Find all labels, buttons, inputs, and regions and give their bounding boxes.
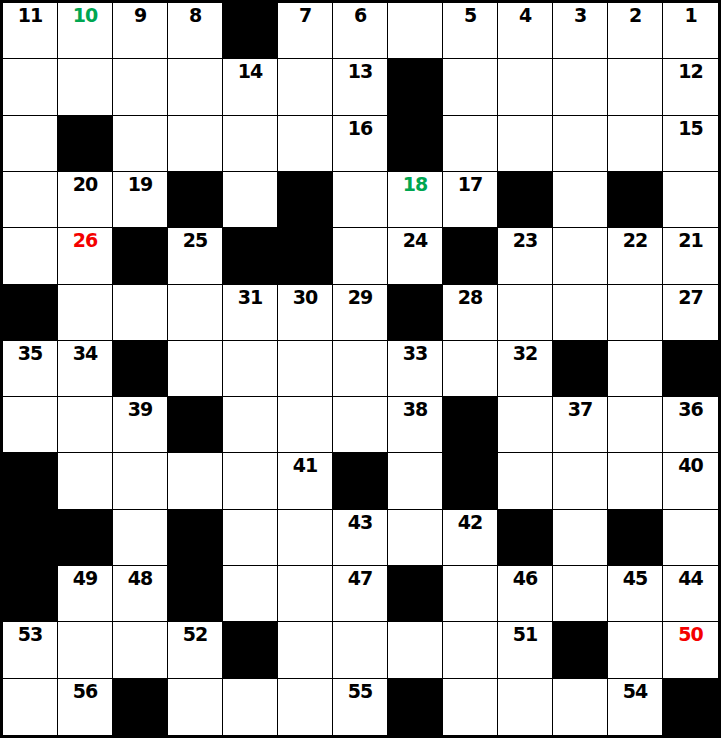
clue-number-15: 15 xyxy=(678,116,702,139)
crossword-grid: 1110987654321141312161520191817262524232… xyxy=(0,0,721,738)
clue-number-29: 29 xyxy=(348,285,372,308)
clue-number-32: 32 xyxy=(513,341,537,364)
clue-number-4: 4 xyxy=(519,3,531,26)
cell-r4c2[interactable]: 20 xyxy=(58,172,113,228)
cell-r3c10[interactable] xyxy=(498,116,553,172)
cell-r11c12[interactable]: 45 xyxy=(608,566,663,622)
cell-r1c13[interactable]: 1 xyxy=(663,3,718,59)
cell-r12c13[interactable]: 50 xyxy=(663,622,718,678)
cell-r6c3[interactable] xyxy=(113,285,168,341)
black-cell-r3c8 xyxy=(388,116,443,172)
cell-r13c4[interactable] xyxy=(168,679,223,735)
cell-r10c13[interactable] xyxy=(663,510,718,566)
black-cell-r9c7 xyxy=(333,453,388,509)
clue-number-19: 19 xyxy=(128,172,152,195)
clue-number-45: 45 xyxy=(623,566,647,589)
cell-r2c5[interactable]: 14 xyxy=(223,59,278,115)
black-cell-r2c8 xyxy=(388,59,443,115)
cell-r11c7[interactable]: 47 xyxy=(333,566,388,622)
black-cell-r5c5 xyxy=(223,228,278,284)
cell-r4c9[interactable]: 17 xyxy=(443,172,498,228)
clue-number-24: 24 xyxy=(403,228,427,251)
cell-r1c9[interactable]: 5 xyxy=(443,3,498,59)
cell-r13c12[interactable]: 54 xyxy=(608,679,663,735)
cell-r8c3[interactable]: 39 xyxy=(113,397,168,453)
clue-number-44: 44 xyxy=(678,566,702,589)
black-cell-r6c8 xyxy=(388,285,443,341)
cell-r5c4[interactable]: 25 xyxy=(168,228,223,284)
cell-r9c8[interactable] xyxy=(388,453,443,509)
cell-r9c2[interactable] xyxy=(58,453,113,509)
cell-r12c3[interactable] xyxy=(113,622,168,678)
clue-number-37: 37 xyxy=(568,397,592,420)
cell-r7c2[interactable]: 34 xyxy=(58,341,113,397)
cell-r3c4[interactable] xyxy=(168,116,223,172)
cell-r3c12[interactable] xyxy=(608,116,663,172)
clue-number-13: 13 xyxy=(348,59,372,82)
cell-r5c12[interactable]: 22 xyxy=(608,228,663,284)
cell-r6c12[interactable] xyxy=(608,285,663,341)
cell-r10c5[interactable] xyxy=(223,510,278,566)
cell-r13c6[interactable] xyxy=(278,679,333,735)
black-cell-r9c9 xyxy=(443,453,498,509)
black-cell-r7c3 xyxy=(113,341,168,397)
clue-number-26: 26 xyxy=(73,228,97,251)
cell-r5c1[interactable] xyxy=(3,228,58,284)
cell-r11c5[interactable] xyxy=(223,566,278,622)
cell-r8c5[interactable] xyxy=(223,397,278,453)
cell-r12c6[interactable] xyxy=(278,622,333,678)
cell-r1c1[interactable]: 11 xyxy=(3,3,58,59)
cell-r4c5[interactable] xyxy=(223,172,278,228)
clue-number-25: 25 xyxy=(183,228,207,251)
clue-number-5: 5 xyxy=(464,3,476,26)
cell-r12c2[interactable] xyxy=(58,622,113,678)
cell-r12c4[interactable]: 52 xyxy=(168,622,223,678)
cell-r9c6[interactable]: 41 xyxy=(278,453,333,509)
clue-number-31: 31 xyxy=(238,285,262,308)
clue-number-27: 27 xyxy=(678,285,702,308)
black-cell-r5c3 xyxy=(113,228,168,284)
cell-r7c12[interactable] xyxy=(608,341,663,397)
cell-r2c13[interactable]: 12 xyxy=(663,59,718,115)
black-cell-r11c8 xyxy=(388,566,443,622)
cell-r9c13[interactable]: 40 xyxy=(663,453,718,509)
cell-r5c2[interactable]: 26 xyxy=(58,228,113,284)
cell-r12c12[interactable] xyxy=(608,622,663,678)
clue-number-55: 55 xyxy=(348,679,372,702)
clue-number-49: 49 xyxy=(73,566,97,589)
clue-number-42: 42 xyxy=(458,510,482,533)
cell-r9c5[interactable] xyxy=(223,453,278,509)
clue-number-6: 6 xyxy=(354,3,366,26)
cell-r7c6[interactable] xyxy=(278,341,333,397)
cell-r11c6[interactable] xyxy=(278,566,333,622)
cell-r3c1[interactable] xyxy=(3,116,58,172)
cell-r11c2[interactable]: 49 xyxy=(58,566,113,622)
black-cell-r13c8 xyxy=(388,679,443,735)
black-cell-r8c9 xyxy=(443,397,498,453)
cell-r6c11[interactable] xyxy=(553,285,608,341)
cell-r7c7[interactable] xyxy=(333,341,388,397)
clue-number-22: 22 xyxy=(623,228,647,251)
cell-r13c7[interactable]: 55 xyxy=(333,679,388,735)
cell-r13c5[interactable] xyxy=(223,679,278,735)
black-cell-r4c10 xyxy=(498,172,553,228)
clue-number-38: 38 xyxy=(403,397,427,420)
clue-number-2: 2 xyxy=(629,3,641,26)
clue-number-40: 40 xyxy=(678,453,702,476)
cell-r9c4[interactable] xyxy=(168,453,223,509)
black-cell-r8c4 xyxy=(168,397,223,453)
cell-r1c7[interactable]: 6 xyxy=(333,3,388,59)
cell-r7c5[interactable] xyxy=(223,341,278,397)
cell-r5c11[interactable] xyxy=(553,228,608,284)
clue-number-50: 50 xyxy=(678,622,702,645)
clue-number-39: 39 xyxy=(128,397,152,420)
clue-number-8: 8 xyxy=(189,3,201,26)
clue-number-7: 7 xyxy=(299,3,311,26)
clue-number-17: 17 xyxy=(458,172,482,195)
cell-r4c11[interactable] xyxy=(553,172,608,228)
black-cell-r10c12 xyxy=(608,510,663,566)
cell-r13c11[interactable] xyxy=(553,679,608,735)
cell-r7c8[interactable]: 33 xyxy=(388,341,443,397)
cell-r3c13[interactable]: 15 xyxy=(663,116,718,172)
cell-r6c7[interactable]: 29 xyxy=(333,285,388,341)
cell-r1c8[interactable] xyxy=(388,3,443,59)
cell-r2c6[interactable] xyxy=(278,59,333,115)
black-cell-r10c1 xyxy=(3,510,58,566)
cell-r2c1[interactable] xyxy=(3,59,58,115)
clue-number-43: 43 xyxy=(348,510,372,533)
black-cell-r11c4 xyxy=(168,566,223,622)
black-cell-r4c12 xyxy=(608,172,663,228)
clue-number-53: 53 xyxy=(18,622,42,645)
cell-r1c10[interactable]: 4 xyxy=(498,3,553,59)
cell-r12c9[interactable] xyxy=(443,622,498,678)
cell-r2c10[interactable] xyxy=(498,59,553,115)
black-cell-r4c4 xyxy=(168,172,223,228)
clue-number-48: 48 xyxy=(128,566,152,589)
clue-number-47: 47 xyxy=(348,566,372,589)
cell-r2c7[interactable]: 13 xyxy=(333,59,388,115)
clue-number-46: 46 xyxy=(513,566,537,589)
cell-r8c6[interactable] xyxy=(278,397,333,453)
black-cell-r5c9 xyxy=(443,228,498,284)
cell-r4c3[interactable]: 19 xyxy=(113,172,168,228)
cell-r8c1[interactable] xyxy=(3,397,58,453)
black-cell-r7c11 xyxy=(553,341,608,397)
cell-r2c2[interactable] xyxy=(58,59,113,115)
cell-r5c8[interactable]: 24 xyxy=(388,228,443,284)
cell-r6c2[interactable] xyxy=(58,285,113,341)
cell-r2c9[interactable] xyxy=(443,59,498,115)
black-cell-r10c2 xyxy=(58,510,113,566)
cell-r8c8[interactable]: 38 xyxy=(388,397,443,453)
cell-r13c2[interactable]: 56 xyxy=(58,679,113,735)
cell-r9c10[interactable] xyxy=(498,453,553,509)
cell-r1c3[interactable]: 9 xyxy=(113,3,168,59)
black-cell-r11c1 xyxy=(3,566,58,622)
cell-r8c13[interactable]: 36 xyxy=(663,397,718,453)
cell-r13c10[interactable] xyxy=(498,679,553,735)
clue-number-28: 28 xyxy=(458,285,482,308)
cell-r13c9[interactable] xyxy=(443,679,498,735)
cell-r2c12[interactable] xyxy=(608,59,663,115)
cell-r9c11[interactable] xyxy=(553,453,608,509)
cell-r12c8[interactable] xyxy=(388,622,443,678)
clue-number-34: 34 xyxy=(73,341,97,364)
clue-number-9: 9 xyxy=(134,3,146,26)
cell-r1c2[interactable]: 10 xyxy=(58,3,113,59)
black-cell-r13c13 xyxy=(663,679,718,735)
cell-r6c9[interactable]: 28 xyxy=(443,285,498,341)
black-cell-r1c5 xyxy=(223,3,278,59)
cell-r4c1[interactable] xyxy=(3,172,58,228)
cell-r1c12[interactable]: 2 xyxy=(608,3,663,59)
black-cell-r3c2 xyxy=(58,116,113,172)
cell-r10c8[interactable] xyxy=(388,510,443,566)
cell-r12c1[interactable]: 53 xyxy=(3,622,58,678)
cell-r8c2[interactable] xyxy=(58,397,113,453)
cell-r10c3[interactable] xyxy=(113,510,168,566)
cell-r7c10[interactable]: 32 xyxy=(498,341,553,397)
cell-r6c5[interactable]: 31 xyxy=(223,285,278,341)
cell-r11c3[interactable]: 48 xyxy=(113,566,168,622)
cell-r13c1[interactable] xyxy=(3,679,58,735)
cell-r3c11[interactable] xyxy=(553,116,608,172)
cell-r7c1[interactable]: 35 xyxy=(3,341,58,397)
cell-r10c6[interactable] xyxy=(278,510,333,566)
cell-r1c4[interactable]: 8 xyxy=(168,3,223,59)
clue-number-56: 56 xyxy=(73,679,97,702)
clue-number-12: 12 xyxy=(678,59,702,82)
cell-r1c6[interactable]: 7 xyxy=(278,3,333,59)
black-cell-r6c1 xyxy=(3,285,58,341)
clue-number-21: 21 xyxy=(678,228,702,251)
cell-r2c4[interactable] xyxy=(168,59,223,115)
cell-r8c7[interactable] xyxy=(333,397,388,453)
cell-r12c7[interactable] xyxy=(333,622,388,678)
clue-number-51: 51 xyxy=(513,622,537,645)
clue-number-3: 3 xyxy=(574,3,586,26)
cell-r5c10[interactable]: 23 xyxy=(498,228,553,284)
cell-r5c7[interactable] xyxy=(333,228,388,284)
cell-r6c6[interactable]: 30 xyxy=(278,285,333,341)
clue-number-1: 1 xyxy=(684,3,696,26)
clue-number-36: 36 xyxy=(678,397,702,420)
clue-number-11: 11 xyxy=(18,3,42,26)
black-cell-r7c13 xyxy=(663,341,718,397)
cell-r11c11[interactable] xyxy=(553,566,608,622)
clue-number-41: 41 xyxy=(293,453,317,476)
cell-r7c9[interactable] xyxy=(443,341,498,397)
black-cell-r9c1 xyxy=(3,453,58,509)
cell-r11c10[interactable]: 46 xyxy=(498,566,553,622)
clue-number-35: 35 xyxy=(18,341,42,364)
clue-number-52: 52 xyxy=(183,622,207,645)
cell-r9c3[interactable] xyxy=(113,453,168,509)
cell-r6c10[interactable] xyxy=(498,285,553,341)
cell-r10c11[interactable] xyxy=(553,510,608,566)
cell-r7c4[interactable] xyxy=(168,341,223,397)
black-cell-r10c10 xyxy=(498,510,553,566)
cell-r3c3[interactable] xyxy=(113,116,168,172)
clue-number-14: 14 xyxy=(238,59,262,82)
cell-r3c9[interactable] xyxy=(443,116,498,172)
cell-r3c6[interactable] xyxy=(278,116,333,172)
clue-number-33: 33 xyxy=(403,341,427,364)
cell-r12c10[interactable]: 51 xyxy=(498,622,553,678)
black-cell-r10c4 xyxy=(168,510,223,566)
cell-r4c8[interactable]: 18 xyxy=(388,172,443,228)
cell-r6c13[interactable]: 27 xyxy=(663,285,718,341)
cell-r3c5[interactable] xyxy=(223,116,278,172)
cell-r11c13[interactable]: 44 xyxy=(663,566,718,622)
clue-number-18: 18 xyxy=(403,172,427,195)
cell-r2c3[interactable] xyxy=(113,59,168,115)
cell-r8c12[interactable] xyxy=(608,397,663,453)
clue-number-10: 10 xyxy=(73,3,97,26)
cell-r6c4[interactable] xyxy=(168,285,223,341)
black-cell-r5c6 xyxy=(278,228,333,284)
black-cell-r4c6 xyxy=(278,172,333,228)
cell-r5c13[interactable]: 21 xyxy=(663,228,718,284)
cell-r4c7[interactable] xyxy=(333,172,388,228)
clue-number-30: 30 xyxy=(293,285,317,308)
clue-number-23: 23 xyxy=(513,228,537,251)
black-cell-r13c3 xyxy=(113,679,168,735)
cell-r2c11[interactable] xyxy=(553,59,608,115)
cell-r3c7[interactable]: 16 xyxy=(333,116,388,172)
cell-r10c7[interactable]: 43 xyxy=(333,510,388,566)
cell-r11c9[interactable] xyxy=(443,566,498,622)
clue-number-20: 20 xyxy=(73,172,97,195)
cell-r1c11[interactable]: 3 xyxy=(553,3,608,59)
black-cell-r12c5 xyxy=(223,622,278,678)
cell-r4c13[interactable] xyxy=(663,172,718,228)
cell-r8c11[interactable]: 37 xyxy=(553,397,608,453)
clue-number-54: 54 xyxy=(623,679,647,702)
cell-r8c10[interactable] xyxy=(498,397,553,453)
clue-number-16: 16 xyxy=(348,116,372,139)
cell-r9c12[interactable] xyxy=(608,453,663,509)
cell-r10c9[interactable]: 42 xyxy=(443,510,498,566)
black-cell-r12c11 xyxy=(553,622,608,678)
